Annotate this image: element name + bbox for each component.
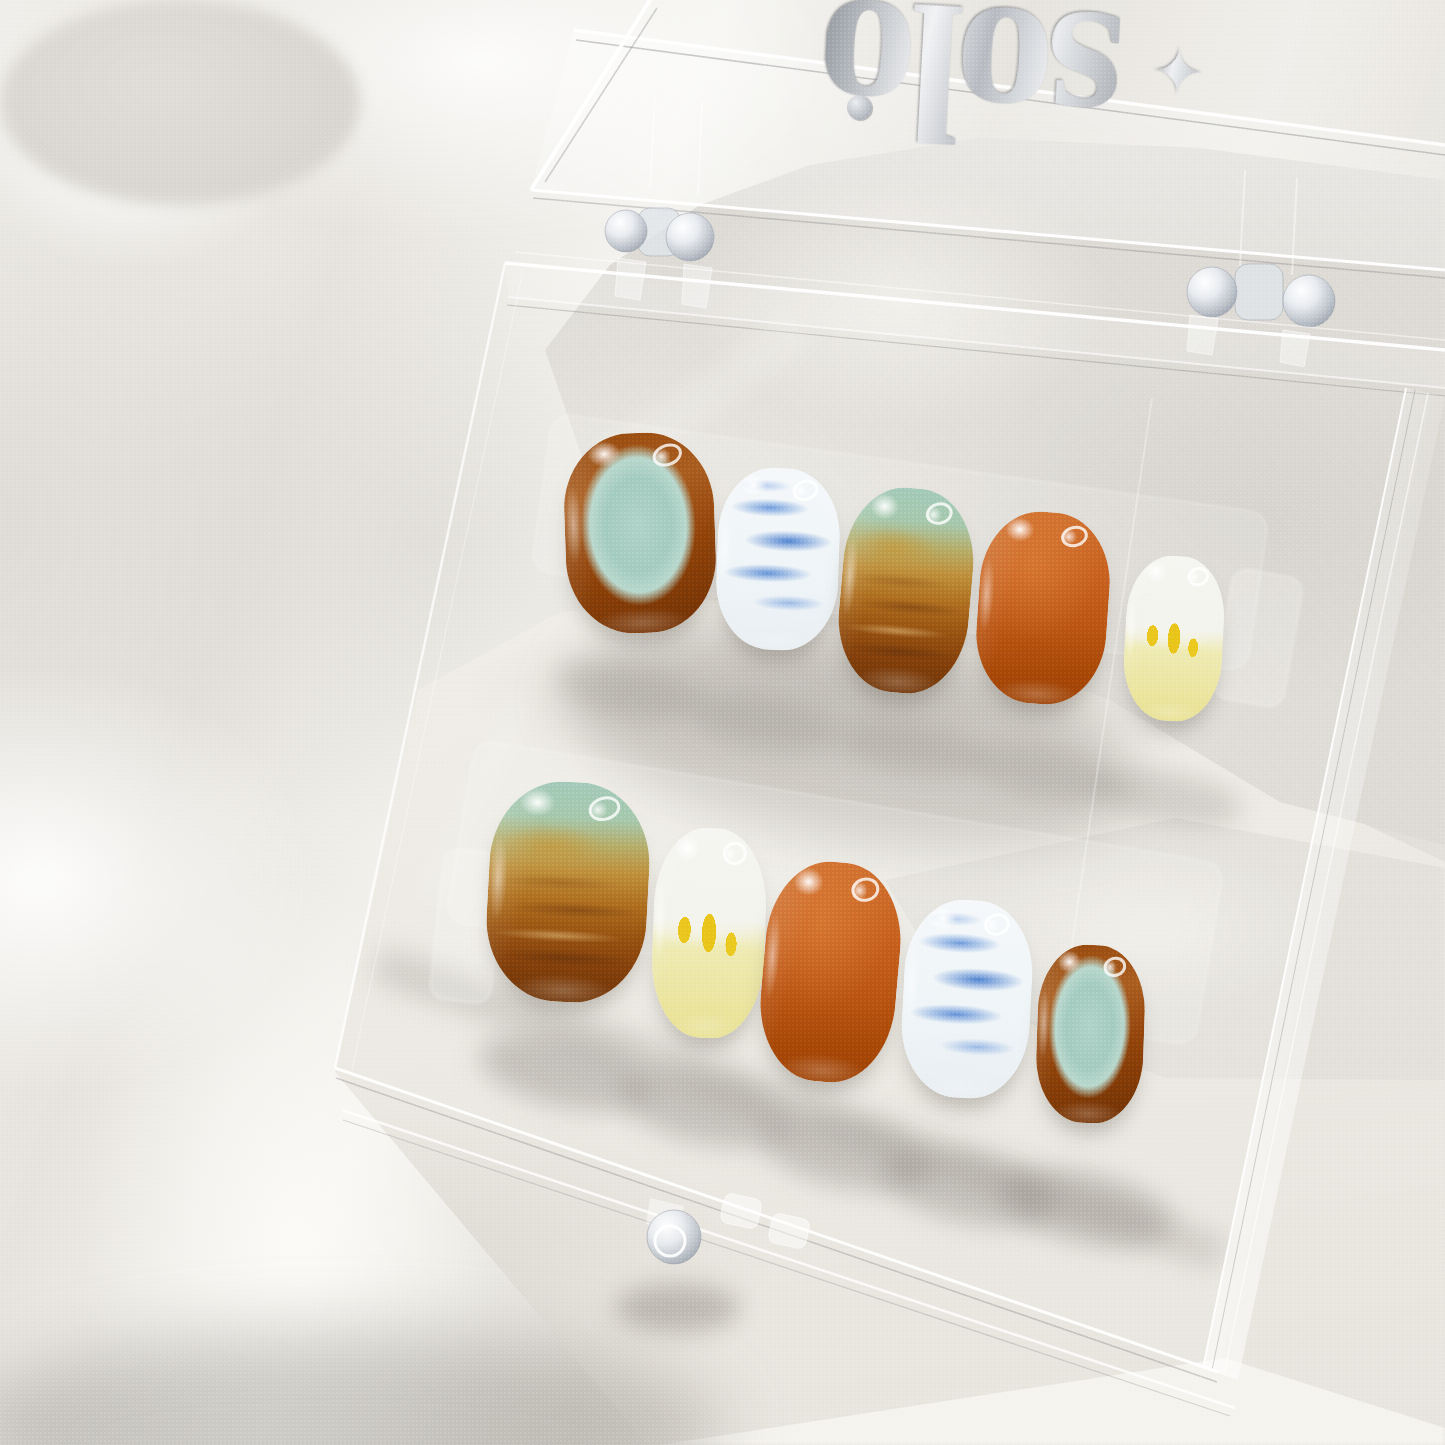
nail-bottom-1 <box>482 778 653 1006</box>
photo-canvas: ✦ solo <box>0 0 1445 1445</box>
nail-top-2 <box>714 466 842 652</box>
case-clasp <box>646 1192 811 1264</box>
nail-bottom-4 <box>898 897 1036 1101</box>
brand-logo: ✦ solo <box>750 0 1280 195</box>
nail-bottom-2 <box>649 826 768 1040</box>
acrylic-case-linework <box>0 0 1445 1445</box>
nail-bottom-5 <box>1034 943 1147 1125</box>
nail-top-1 <box>562 430 719 635</box>
sparkle-icon: ✦ <box>1150 31 1207 108</box>
brand-logo-text: solo <box>821 0 1128 183</box>
brand-logo-accent-dot <box>847 95 872 120</box>
